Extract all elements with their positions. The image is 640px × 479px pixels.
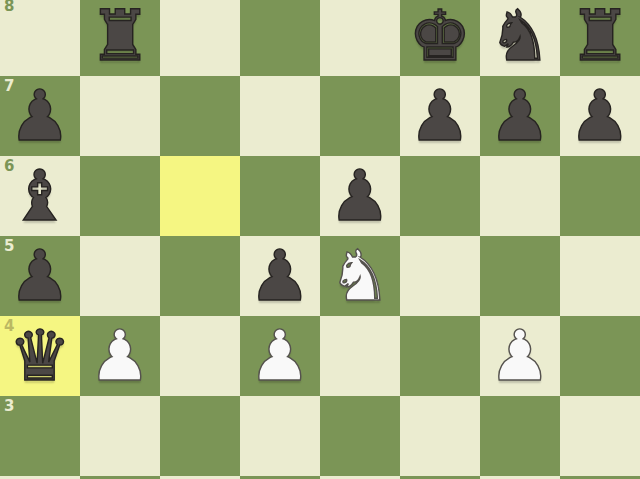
square-g3[interactable] [480, 396, 560, 476]
piece-white-pawn[interactable]: ♟ [240, 316, 320, 396]
chess-board: 8♜♚♞♜7♟♟♟♟6♝♟5♟♟♞4♛♟♟♟3 [0, 0, 640, 479]
square-e4[interactable] [320, 316, 400, 396]
square-d7[interactable] [240, 76, 320, 156]
square-a7[interactable]: 7♟ [0, 76, 80, 156]
square-b3[interactable] [80, 396, 160, 476]
square-g6[interactable] [480, 156, 560, 236]
piece-black-pawn[interactable]: ♟ [240, 236, 320, 316]
piece-black-pawn[interactable]: ♟ [400, 76, 480, 156]
square-c7[interactable] [160, 76, 240, 156]
square-h5[interactable] [560, 236, 640, 316]
square-f5[interactable] [400, 236, 480, 316]
square-a6[interactable]: 6♝ [0, 156, 80, 236]
square-a3[interactable]: 3 [0, 396, 80, 476]
piece-white-pawn[interactable]: ♟ [80, 316, 160, 396]
piece-black-queen[interactable]: ♛ [0, 316, 80, 396]
square-e7[interactable] [320, 76, 400, 156]
square-b5[interactable] [80, 236, 160, 316]
piece-black-pawn[interactable]: ♟ [0, 236, 80, 316]
square-d4[interactable]: ♟ [240, 316, 320, 396]
piece-white-knight[interactable]: ♞ [320, 236, 400, 316]
piece-black-pawn[interactable]: ♟ [0, 76, 80, 156]
square-d3[interactable] [240, 396, 320, 476]
square-b4[interactable]: ♟ [80, 316, 160, 396]
square-d5[interactable]: ♟ [240, 236, 320, 316]
square-h4[interactable] [560, 316, 640, 396]
square-g4[interactable]: ♟ [480, 316, 560, 396]
square-a8[interactable]: 8 [0, 0, 80, 76]
square-a5[interactable]: 5♟ [0, 236, 80, 316]
square-b7[interactable] [80, 76, 160, 156]
piece-black-rook[interactable]: ♜ [80, 0, 160, 76]
piece-black-king[interactable]: ♚ [400, 0, 480, 76]
square-e3[interactable] [320, 396, 400, 476]
piece-black-pawn[interactable]: ♟ [480, 76, 560, 156]
square-c6[interactable] [160, 156, 240, 236]
square-b6[interactable] [80, 156, 160, 236]
square-b8[interactable]: ♜ [80, 0, 160, 76]
rank-label-3: 3 [4, 397, 14, 415]
square-c8[interactable] [160, 0, 240, 76]
square-e6[interactable]: ♟ [320, 156, 400, 236]
square-g5[interactable] [480, 236, 560, 316]
piece-black-rook[interactable]: ♜ [560, 0, 640, 76]
square-h6[interactable] [560, 156, 640, 236]
square-e5[interactable]: ♞ [320, 236, 400, 316]
piece-black-knight[interactable]: ♞ [480, 0, 560, 76]
chess-board-viewport: 8♜♚♞♜7♟♟♟♟6♝♟5♟♟♞4♛♟♟♟3 [0, 0, 640, 479]
square-f7[interactable]: ♟ [400, 76, 480, 156]
square-a4[interactable]: 4♛ [0, 316, 80, 396]
square-c3[interactable] [160, 396, 240, 476]
square-f8[interactable]: ♚ [400, 0, 480, 76]
square-g8[interactable]: ♞ [480, 0, 560, 76]
piece-white-pawn[interactable]: ♟ [480, 316, 560, 396]
square-g7[interactable]: ♟ [480, 76, 560, 156]
square-c4[interactable] [160, 316, 240, 396]
square-h3[interactable] [560, 396, 640, 476]
square-d8[interactable] [240, 0, 320, 76]
square-f3[interactable] [400, 396, 480, 476]
square-f6[interactable] [400, 156, 480, 236]
piece-black-pawn[interactable]: ♟ [320, 156, 400, 236]
rank-label-8: 8 [4, 0, 14, 15]
square-c5[interactable] [160, 236, 240, 316]
square-d6[interactable] [240, 156, 320, 236]
piece-black-pawn[interactable]: ♟ [560, 76, 640, 156]
square-h8[interactable]: ♜ [560, 0, 640, 76]
square-e8[interactable] [320, 0, 400, 76]
piece-black-bishop[interactable]: ♝ [0, 156, 80, 236]
square-f4[interactable] [400, 316, 480, 396]
square-h7[interactable]: ♟ [560, 76, 640, 156]
